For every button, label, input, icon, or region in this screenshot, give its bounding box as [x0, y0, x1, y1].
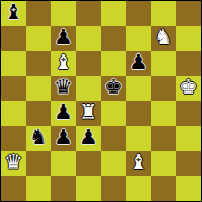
square-g6[interactable] — [151, 51, 176, 76]
square-a2[interactable]: ♛ — [1, 151, 26, 176]
square-c3[interactable]: ♟ — [51, 126, 76, 151]
square-a4[interactable] — [1, 101, 26, 126]
piece-white-bishop[interactable]: ♝ — [129, 151, 148, 175]
piece-black-queen[interactable]: ♛ — [54, 76, 73, 100]
square-a1[interactable] — [1, 176, 26, 201]
square-h6[interactable] — [176, 51, 201, 76]
square-a5[interactable] — [1, 76, 26, 101]
piece-black-knight[interactable]: ♞ — [29, 126, 48, 150]
square-b1[interactable] — [26, 176, 51, 201]
square-g5[interactable] — [151, 76, 176, 101]
square-h5[interactable]: ♚ — [176, 76, 201, 101]
square-g7[interactable]: ♞ — [151, 26, 176, 51]
square-g1[interactable] — [151, 176, 176, 201]
square-c8[interactable] — [51, 1, 76, 26]
square-c4[interactable]: ♟ — [51, 101, 76, 126]
square-f5[interactable] — [126, 76, 151, 101]
square-c6[interactable]: ♝ — [51, 51, 76, 76]
square-c1[interactable] — [51, 176, 76, 201]
piece-white-bishop[interactable]: ♝ — [54, 51, 73, 75]
square-d7[interactable] — [76, 26, 101, 51]
square-g3[interactable] — [151, 126, 176, 151]
square-e5[interactable]: ♚ — [101, 76, 126, 101]
square-h8[interactable] — [176, 1, 201, 26]
square-f7[interactable] — [126, 26, 151, 51]
piece-white-knight[interactable]: ♞ — [154, 26, 173, 50]
board-frame: ♝♟♞♝♟♛♚♚♟♜♞♟♟♛♝ — [0, 0, 202, 202]
piece-white-king[interactable]: ♚ — [179, 76, 198, 100]
square-b8[interactable] — [26, 1, 51, 26]
square-e7[interactable] — [101, 26, 126, 51]
square-b3[interactable]: ♞ — [26, 126, 51, 151]
square-f1[interactable] — [126, 176, 151, 201]
piece-black-king[interactable]: ♚ — [104, 76, 123, 100]
square-d5[interactable] — [76, 76, 101, 101]
square-d4[interactable]: ♜ — [76, 101, 101, 126]
square-c7[interactable]: ♟ — [51, 26, 76, 51]
square-b7[interactable] — [26, 26, 51, 51]
square-h7[interactable] — [176, 26, 201, 51]
square-h3[interactable] — [176, 126, 201, 151]
square-e1[interactable] — [101, 176, 126, 201]
square-h2[interactable] — [176, 151, 201, 176]
chess-board: ♝♟♞♝♟♛♚♚♟♜♞♟♟♛♝ — [1, 1, 201, 201]
square-b2[interactable] — [26, 151, 51, 176]
square-d6[interactable] — [76, 51, 101, 76]
piece-black-bishop[interactable]: ♝ — [4, 1, 23, 25]
square-e8[interactable] — [101, 1, 126, 26]
piece-black-pawn[interactable]: ♟ — [54, 126, 73, 150]
square-e6[interactable] — [101, 51, 126, 76]
square-f6[interactable]: ♟ — [126, 51, 151, 76]
square-d1[interactable] — [76, 176, 101, 201]
square-b5[interactable] — [26, 76, 51, 101]
square-e2[interactable] — [101, 151, 126, 176]
square-f3[interactable] — [126, 126, 151, 151]
square-d8[interactable] — [76, 1, 101, 26]
square-h1[interactable] — [176, 176, 201, 201]
piece-black-pawn[interactable]: ♟ — [54, 101, 73, 125]
square-e3[interactable] — [101, 126, 126, 151]
square-d3[interactable]: ♟ — [76, 126, 101, 151]
piece-black-pawn[interactable]: ♟ — [79, 126, 98, 150]
piece-black-pawn[interactable]: ♟ — [129, 51, 148, 75]
square-a8[interactable]: ♝ — [1, 1, 26, 26]
square-e4[interactable] — [101, 101, 126, 126]
square-g8[interactable] — [151, 1, 176, 26]
square-f8[interactable] — [126, 1, 151, 26]
square-c2[interactable] — [51, 151, 76, 176]
piece-white-rook[interactable]: ♜ — [79, 101, 98, 125]
square-g4[interactable] — [151, 101, 176, 126]
square-f4[interactable] — [126, 101, 151, 126]
piece-white-queen[interactable]: ♛ — [4, 151, 23, 175]
square-b4[interactable] — [26, 101, 51, 126]
square-d2[interactable] — [76, 151, 101, 176]
square-a3[interactable] — [1, 126, 26, 151]
square-a6[interactable] — [1, 51, 26, 76]
square-h4[interactable] — [176, 101, 201, 126]
piece-black-pawn[interactable]: ♟ — [54, 26, 73, 50]
square-a7[interactable] — [1, 26, 26, 51]
square-b6[interactable] — [26, 51, 51, 76]
square-g2[interactable] — [151, 151, 176, 176]
square-f2[interactable]: ♝ — [126, 151, 151, 176]
square-c5[interactable]: ♛ — [51, 76, 76, 101]
